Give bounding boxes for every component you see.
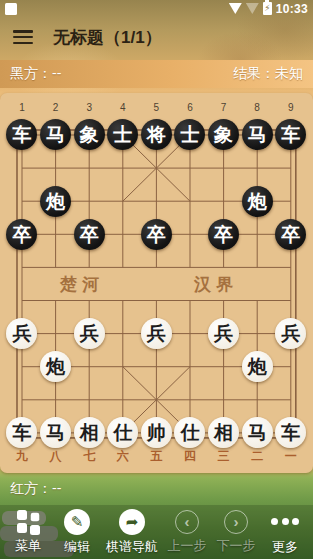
board-point-9-4[interactable]: 卒 xyxy=(274,218,308,251)
board-point-6-1[interactable]: 士 xyxy=(173,118,207,151)
board-point-5-9[interactable] xyxy=(140,383,174,416)
file-numbers-bottom: 九八七六五四三二一 xyxy=(5,448,307,465)
board-point-3-6[interactable] xyxy=(72,284,106,317)
board-point-9-5[interactable] xyxy=(274,251,308,284)
signal-icon xyxy=(246,3,259,14)
board-point-7-4[interactable]: 卒 xyxy=(207,218,241,251)
black-player-bar: 黑方：-- 结果：未知 xyxy=(0,60,313,88)
board-point-3-1[interactable]: 象 xyxy=(72,118,106,151)
board-point-3-3[interactable] xyxy=(72,185,106,218)
board-point-1-2[interactable] xyxy=(5,151,39,184)
board-point-8-7[interactable] xyxy=(240,317,274,350)
piece-red-兵[interactable]: 兵 xyxy=(275,318,306,349)
board-point-4-1[interactable]: 士 xyxy=(106,118,140,151)
piece-black-士[interactable]: 士 xyxy=(107,119,138,150)
menu-hamburger-icon[interactable] xyxy=(13,30,33,44)
board-point-7-7[interactable]: 兵 xyxy=(207,317,241,350)
edit-pencil-icon: ✎ xyxy=(64,509,90,535)
board-point-4-10[interactable]: 仕 xyxy=(106,416,140,449)
board-point-3-9[interactable] xyxy=(72,383,106,416)
board-point-4-4[interactable] xyxy=(106,218,140,251)
piece-red-兵[interactable]: 兵 xyxy=(208,318,239,349)
piece-red-帅[interactable]: 帅 xyxy=(141,417,172,448)
piece-black-士[interactable]: 士 xyxy=(174,119,205,150)
board-point-6-9[interactable] xyxy=(173,383,207,416)
board-grid: 车马象士将士象马车炮炮卒卒卒卒卒兵兵兵兵兵炮炮车马相仕帅仕相马车 xyxy=(5,118,307,449)
board-point-6-6[interactable] xyxy=(173,284,207,317)
black-player-label: 黑方：-- xyxy=(10,65,61,83)
menu-button[interactable]: 菜单 xyxy=(8,510,48,555)
board-point-9-1[interactable]: 车 xyxy=(274,118,308,151)
piece-black-炮[interactable]: 炮 xyxy=(242,186,273,217)
xiangqi-board[interactable]: 123456789 楚河 汉界 车马象士将士象马车炮炮卒卒卒卒卒兵兵兵兵兵炮炮车… xyxy=(0,93,313,473)
board-point-2-4[interactable] xyxy=(39,218,73,251)
board-point-5-1[interactable]: 将 xyxy=(140,118,174,151)
piece-black-卒[interactable]: 卒 xyxy=(275,219,306,250)
board-point-1-1[interactable]: 车 xyxy=(5,118,39,151)
piece-red-仕[interactable]: 仕 xyxy=(107,417,138,448)
board-point-3-2[interactable] xyxy=(72,151,106,184)
board-point-1-7[interactable]: 兵 xyxy=(5,317,39,350)
board-point-7-9[interactable] xyxy=(207,383,241,416)
board-point-4-2[interactable] xyxy=(106,151,140,184)
piece-red-仕[interactable]: 仕 xyxy=(174,417,205,448)
piece-red-兵[interactable]: 兵 xyxy=(74,318,105,349)
board-point-4-9[interactable] xyxy=(106,383,140,416)
board-point-8-10[interactable]: 马 xyxy=(240,416,274,449)
board-point-7-6[interactable] xyxy=(207,284,241,317)
board-point-7-5[interactable] xyxy=(207,251,241,284)
board-point-6-3[interactable] xyxy=(173,185,207,218)
board-point-3-4[interactable]: 卒 xyxy=(72,218,106,251)
board-point-3-5[interactable] xyxy=(72,251,106,284)
board-point-6-8[interactable] xyxy=(173,350,207,383)
piece-black-卒[interactable]: 卒 xyxy=(208,219,239,250)
battery-charging-icon: ⚡ xyxy=(263,2,272,15)
piece-red-马[interactable]: 马 xyxy=(40,417,71,448)
board-point-8-5[interactable] xyxy=(240,251,274,284)
board-point-2-1[interactable]: 马 xyxy=(39,118,73,151)
piece-red-车[interactable]: 车 xyxy=(6,417,37,448)
board-point-2-7[interactable] xyxy=(39,317,73,350)
red-player-label: 红方：-- xyxy=(10,480,61,498)
grid-menu-icon xyxy=(16,510,40,534)
piece-red-相[interactable]: 相 xyxy=(208,417,239,448)
board-point-3-7[interactable]: 兵 xyxy=(72,317,106,350)
board-point-5-7[interactable]: 兵 xyxy=(140,317,174,350)
piece-black-象[interactable]: 象 xyxy=(74,119,105,150)
board-point-6-5[interactable] xyxy=(173,251,207,284)
piece-red-炮[interactable]: 炮 xyxy=(242,351,273,382)
previous-step-button[interactable]: ‹ 上一步 xyxy=(167,510,207,555)
piece-black-车[interactable]: 车 xyxy=(275,119,306,150)
piece-red-兵[interactable]: 兵 xyxy=(141,318,172,349)
piece-red-相[interactable]: 相 xyxy=(74,417,105,448)
board-point-3-10[interactable]: 相 xyxy=(72,416,106,449)
board-point-2-6[interactable] xyxy=(39,284,73,317)
board-point-9-10[interactable]: 车 xyxy=(274,416,308,449)
board-point-9-3[interactable] xyxy=(274,185,308,218)
navigate-arrow-icon: ➦ xyxy=(119,509,145,535)
board-point-1-8[interactable] xyxy=(5,350,39,383)
result-label: 结果：未知 xyxy=(233,65,303,83)
board-point-2-2[interactable] xyxy=(39,151,73,184)
board-point-9-7[interactable]: 兵 xyxy=(274,317,308,350)
board-point-8-3[interactable]: 炮 xyxy=(240,185,274,218)
board-point-9-2[interactable] xyxy=(274,151,308,184)
board-point-4-3[interactable] xyxy=(106,185,140,218)
wifi-icon xyxy=(229,3,242,14)
prev-step-icon: ‹ xyxy=(175,510,199,534)
board-point-5-8[interactable] xyxy=(140,350,174,383)
board-point-5-4[interactable]: 卒 xyxy=(140,218,174,251)
piece-red-兵[interactable]: 兵 xyxy=(6,318,37,349)
board-point-7-2[interactable] xyxy=(207,151,241,184)
board-point-6-7[interactable] xyxy=(173,317,207,350)
board-point-1-6[interactable] xyxy=(5,284,39,317)
piece-black-卒[interactable]: 卒 xyxy=(6,219,37,250)
piece-black-将[interactable]: 将 xyxy=(141,119,172,150)
board-point-2-3[interactable]: 炮 xyxy=(39,185,73,218)
board-point-1-4[interactable]: 卒 xyxy=(5,218,39,251)
board-point-2-5[interactable] xyxy=(39,251,73,284)
title-bar: 无标题（1/1） xyxy=(0,17,313,57)
piece-red-马[interactable]: 马 xyxy=(242,417,273,448)
board-point-5-2[interactable] xyxy=(140,151,174,184)
game-navigation-button[interactable]: ➦ 棋谱导航 xyxy=(106,509,158,556)
board-point-8-1[interactable]: 马 xyxy=(240,118,274,151)
board-point-5-10[interactable]: 帅 xyxy=(140,416,174,449)
board-point-7-8[interactable] xyxy=(207,350,241,383)
board-point-2-8[interactable]: 炮 xyxy=(39,350,73,383)
board-point-2-10[interactable]: 马 xyxy=(39,416,73,449)
piece-red-炮[interactable]: 炮 xyxy=(40,351,71,382)
piece-black-炮[interactable]: 炮 xyxy=(40,186,71,217)
board-point-5-5[interactable] xyxy=(140,251,174,284)
piece-red-车[interactable]: 车 xyxy=(275,417,306,448)
notification-icon xyxy=(5,3,17,15)
page-title: 无标题（1/1） xyxy=(53,26,162,49)
piece-black-象[interactable]: 象 xyxy=(208,119,239,150)
board-point-6-4[interactable] xyxy=(173,218,207,251)
board-point-7-1[interactable]: 象 xyxy=(207,118,241,151)
clock-time: 10:33 xyxy=(276,2,308,16)
board-point-9-8[interactable] xyxy=(274,350,308,383)
board-point-4-5[interactable] xyxy=(106,251,140,284)
piece-black-卒[interactable]: 卒 xyxy=(74,219,105,250)
board-point-2-9[interactable] xyxy=(39,383,73,416)
status-bar: ⚡ 10:33 xyxy=(0,0,313,17)
piece-black-马[interactable]: 马 xyxy=(242,119,273,150)
board-point-5-6[interactable] xyxy=(140,284,174,317)
board-point-4-6[interactable] xyxy=(106,284,140,317)
file-numbers-top: 123456789 xyxy=(5,102,307,113)
app-screen: ⚡ 10:33 无标题（1/1） 黑方：-- 结果：未知 123456789 楚… xyxy=(0,0,313,559)
board-point-7-10[interactable]: 相 xyxy=(207,416,241,449)
edit-button[interactable]: ✎ 编辑 xyxy=(57,509,97,556)
bottom-toolbar: 菜单 ✎ 编辑 ➦ 棋谱导航 ‹ 上一步 › 下一步 更多 xyxy=(0,505,313,559)
board-point-9-9[interactable] xyxy=(274,383,308,416)
board-point-1-9[interactable] xyxy=(5,383,39,416)
board-point-1-5[interactable] xyxy=(5,251,39,284)
piece-black-车[interactable]: 车 xyxy=(6,119,37,150)
more-button[interactable]: 更多 xyxy=(265,509,305,556)
piece-black-马[interactable]: 马 xyxy=(40,119,71,150)
next-step-icon: › xyxy=(224,510,248,534)
board-point-6-10[interactable]: 仕 xyxy=(173,416,207,449)
red-player-bar: 红方：-- xyxy=(0,477,313,501)
board-point-8-8[interactable]: 炮 xyxy=(240,350,274,383)
board-point-8-9[interactable] xyxy=(240,383,274,416)
board-point-8-6[interactable] xyxy=(240,284,274,317)
board-point-1-3[interactable] xyxy=(5,185,39,218)
board-point-9-6[interactable] xyxy=(274,284,308,317)
board-point-4-8[interactable] xyxy=(106,350,140,383)
piece-black-卒[interactable]: 卒 xyxy=(141,219,172,250)
board-point-5-3[interactable] xyxy=(140,185,174,218)
next-step-button[interactable]: › 下一步 xyxy=(216,510,256,555)
board-point-1-10[interactable]: 车 xyxy=(5,416,39,449)
board-point-8-2[interactable] xyxy=(240,151,274,184)
board-point-3-8[interactable] xyxy=(72,350,106,383)
board-point-8-4[interactable] xyxy=(240,218,274,251)
board-point-6-2[interactable] xyxy=(173,151,207,184)
board-point-4-7[interactable] xyxy=(106,317,140,350)
board-point-7-3[interactable] xyxy=(207,185,241,218)
more-dots-icon xyxy=(271,509,299,535)
